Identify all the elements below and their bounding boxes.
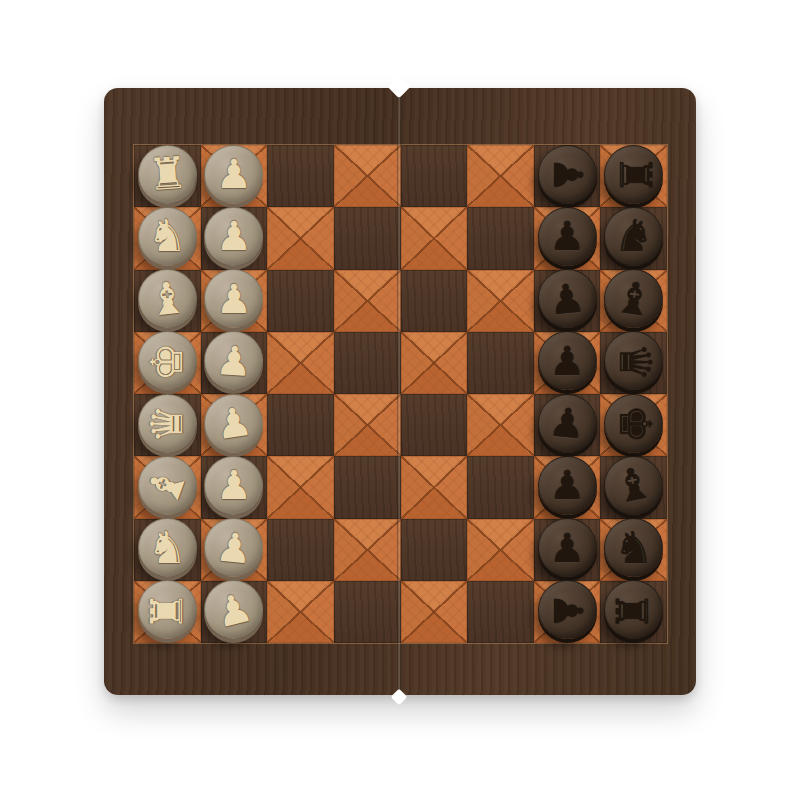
square-r3c8[interactable]: ♝ [600,270,667,332]
square-r1c5[interactable] [401,145,468,207]
piece-black-pawn[interactable]: ♟ [538,269,597,328]
white-pawn-glyph: ♟ [216,216,252,256]
black-pawn-glyph: ♟ [548,593,588,629]
square-r6c8[interactable]: ♝ [600,456,667,518]
white-bishop-glyph: ♝ [145,275,189,323]
piece-white-pawn[interactable]: ♟ [204,394,263,453]
square-r7c6[interactable] [467,519,534,581]
square-r1c2[interactable]: ♟ [201,145,268,207]
square-r4c1[interactable]: ♚ [134,332,201,394]
black-pawn-glyph: ♟ [549,216,585,256]
square-r2c2[interactable]: ♟ [201,207,268,269]
square-r6c1[interactable]: ♝ [134,456,201,518]
square-r5c8[interactable]: ♚ [600,394,667,456]
black-pawn-glyph: ♟ [547,401,587,445]
piece-black-king[interactable]: ♚ [604,394,663,453]
black-rook-glyph: ♜ [613,155,657,194]
square-r2c8[interactable]: ♞ [600,207,667,269]
piece-black-pawn[interactable]: ♟ [538,394,597,453]
square-r5c2[interactable]: ♟ [201,394,268,456]
square-r4c5[interactable] [401,332,468,394]
white-knight-glyph: ♞ [148,214,187,258]
piece-white-pawn[interactable]: ♟ [204,207,263,266]
square-r5c1[interactable]: ♛ [134,394,201,456]
black-bishop-glyph: ♝ [611,274,656,323]
square-r7c4[interactable] [334,519,401,581]
square-r4c4[interactable] [334,332,401,394]
piece-white-pawn[interactable]: ♟ [204,456,263,515]
piece-black-pawn[interactable]: ♟ [538,580,597,639]
square-r2c6[interactable] [467,207,534,269]
square-r3c2[interactable]: ♟ [201,270,268,332]
white-knight-glyph: ♞ [148,526,187,570]
piece-black-bishop[interactable]: ♝ [604,269,663,328]
square-r5c6[interactable] [467,394,534,456]
square-r7c3[interactable] [267,519,334,581]
piece-white-bishop[interactable]: ♝ [138,269,197,328]
piece-white-knight[interactable]: ♞ [138,207,197,266]
square-r1c8[interactable]: ♜ [600,145,667,207]
square-r8c1[interactable]: ♜ [134,581,201,643]
square-r7c2[interactable]: ♟ [201,519,268,581]
chess-board: ♜♟♟♜♞♟♟♞♝♟♟♝♚♟♟♛♛♟♟♚♝♟♟♝♞♟♟♞♜♟♟♜ [104,88,696,695]
square-r5c4[interactable] [334,394,401,456]
black-queen-glyph: ♛ [613,342,657,381]
square-r3c6[interactable] [467,270,534,332]
square-r8c7[interactable]: ♟ [534,581,601,643]
square-r2c4[interactable] [334,207,401,269]
square-r7c8[interactable]: ♞ [600,519,667,581]
square-r8c5[interactable] [401,581,468,643]
white-pawn-glyph: ♟ [216,465,252,505]
white-rook-glyph: ♜ [146,151,188,198]
square-r7c1[interactable]: ♞ [134,519,201,581]
white-pawn-glyph: ♟ [216,154,252,194]
square-r6c2[interactable]: ♟ [201,456,268,518]
square-r6c5[interactable] [401,456,468,518]
square-r1c4[interactable] [334,145,401,207]
piece-white-pawn[interactable]: ♟ [204,145,263,204]
square-r8c2[interactable]: ♟ [201,581,268,643]
piece-white-pawn[interactable]: ♟ [204,331,263,390]
square-r8c3[interactable] [267,581,334,643]
square-r1c6[interactable] [467,145,534,207]
photo-stage: ♜♟♟♜♞♟♟♞♝♟♟♝♚♟♟♛♛♟♟♚♝♟♟♝♞♟♟♞♜♟♟♜ [0,0,800,800]
square-r7c7[interactable]: ♟ [534,519,601,581]
black-bishop-glyph: ♝ [610,460,658,511]
piece-white-pawn[interactable]: ♟ [204,518,263,577]
piece-black-rook[interactable]: ♜ [604,580,663,639]
square-r3c5[interactable] [401,270,468,332]
square-r1c7[interactable]: ♟ [534,145,601,207]
black-pawn-glyph: ♟ [549,465,585,505]
piece-white-bishop[interactable]: ♝ [138,456,197,515]
square-r1c1[interactable]: ♜ [134,145,201,207]
square-r5c5[interactable] [401,394,468,456]
square-r2c5[interactable] [401,207,468,269]
black-knight-glyph: ♞ [614,214,653,258]
piece-black-pawn[interactable]: ♟ [538,518,597,577]
square-r4c3[interactable] [267,332,334,394]
piece-white-pawn[interactable]: ♟ [204,580,263,639]
square-r1c3[interactable] [267,145,334,207]
piece-white-rook[interactable]: ♜ [138,580,197,639]
chess-board-grid: ♜♟♟♜♞♟♟♞♝♟♟♝♚♟♟♛♛♟♟♚♝♟♟♝♞♟♟♞♜♟♟♜ [134,145,667,643]
square-r6c3[interactable] [267,456,334,518]
square-r8c4[interactable] [334,581,401,643]
square-r2c1[interactable]: ♞ [134,207,201,269]
piece-black-rook[interactable]: ♜ [604,145,663,204]
square-r4c2[interactable]: ♟ [201,332,268,394]
square-r6c6[interactable] [467,456,534,518]
piece-black-pawn[interactable]: ♟ [538,207,597,266]
square-r8c8[interactable]: ♜ [600,581,667,643]
white-bishop-glyph: ♝ [139,460,194,512]
square-r4c6[interactable] [467,332,534,394]
black-pawn-glyph: ♟ [547,277,587,321]
piece-white-pawn[interactable]: ♟ [204,269,263,328]
square-r4c8[interactable]: ♛ [600,332,667,394]
piece-black-pawn[interactable]: ♟ [538,331,597,390]
square-r5c7[interactable]: ♟ [534,394,601,456]
piece-black-pawn[interactable]: ♟ [538,145,597,204]
board-fold-notch-bottom [391,689,408,706]
square-r5c3[interactable] [267,394,334,456]
white-rook-glyph: ♜ [144,591,188,630]
piece-white-rook[interactable]: ♜ [138,145,197,204]
black-king-glyph: ♚ [613,404,657,443]
square-r6c7[interactable]: ♟ [534,456,601,518]
piece-white-king[interactable]: ♚ [138,331,197,390]
white-pawn-glyph: ♟ [216,279,252,319]
piece-black-bishop[interactable]: ♝ [604,456,663,515]
square-r6c4[interactable] [334,456,401,518]
piece-black-knight[interactable]: ♞ [604,518,663,577]
square-r3c1[interactable]: ♝ [134,270,201,332]
square-r8c6[interactable] [467,581,534,643]
square-r7c5[interactable] [401,519,468,581]
square-r3c7[interactable]: ♟ [534,270,601,332]
piece-black-queen[interactable]: ♛ [604,331,663,390]
black-knight-glyph: ♞ [614,526,653,570]
black-pawn-glyph: ♟ [549,341,585,381]
square-r3c4[interactable] [334,270,401,332]
white-pawn-glyph: ♟ [212,586,256,633]
white-pawn-glyph: ♟ [213,401,254,446]
white-pawn-glyph: ♟ [215,340,254,382]
square-r2c3[interactable] [267,207,334,269]
white-queen-glyph: ♛ [144,404,188,443]
square-r4c7[interactable]: ♟ [534,332,601,394]
square-r2c7[interactable]: ♟ [534,207,601,269]
piece-black-knight[interactable]: ♞ [604,207,663,266]
white-king-glyph: ♚ [144,342,188,381]
piece-black-pawn[interactable]: ♟ [538,456,597,515]
piece-white-queen[interactable]: ♛ [138,394,197,453]
black-pawn-glyph: ♟ [549,528,585,568]
board-fold-notch-top [388,76,411,99]
black-pawn-glyph: ♟ [548,157,588,193]
piece-white-knight[interactable]: ♞ [138,518,197,577]
white-pawn-glyph: ♟ [214,526,254,570]
black-rook-glyph: ♜ [611,591,655,630]
square-r3c3[interactable] [267,270,334,332]
